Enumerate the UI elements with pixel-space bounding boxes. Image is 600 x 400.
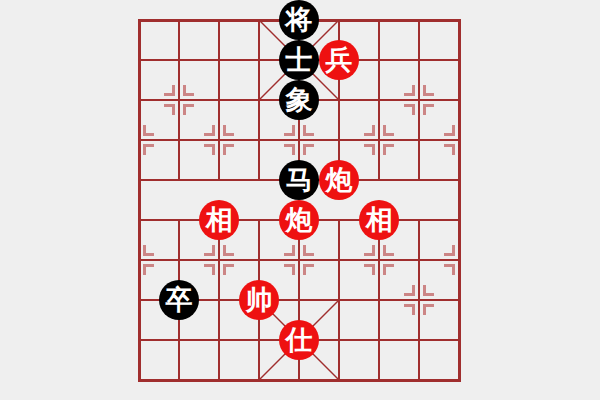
position-marker <box>444 125 455 136</box>
piece-black-soldier[interactable]: 卒 <box>159 280 199 320</box>
board-line-vertical <box>138 19 141 382</box>
position-marker <box>444 245 455 256</box>
position-marker <box>423 104 434 115</box>
position-marker <box>284 144 295 155</box>
xiangqi-board[interactable]: 将士兵象马炮相炮相卒帅仕 <box>139 20 459 380</box>
board-line-vertical <box>258 20 260 180</box>
position-marker <box>444 264 455 275</box>
position-marker <box>404 85 415 96</box>
board-line-vertical <box>218 20 220 180</box>
position-marker <box>364 125 375 136</box>
board-line-vertical <box>378 20 380 180</box>
position-marker <box>143 144 154 155</box>
position-marker <box>143 245 154 256</box>
piece-red-elephant[interactable]: 相 <box>359 200 399 240</box>
position-marker <box>223 144 234 155</box>
position-marker <box>303 245 314 256</box>
position-marker <box>383 125 394 136</box>
position-marker <box>404 285 415 296</box>
position-marker <box>223 264 234 275</box>
position-marker <box>284 125 295 136</box>
position-marker <box>223 245 234 256</box>
piece-black-elephant[interactable]: 象 <box>279 80 319 120</box>
piece-black-general[interactable]: 将 <box>279 0 319 40</box>
piece-red-cannon[interactable]: 炮 <box>319 160 359 200</box>
board-line-vertical <box>418 20 420 180</box>
piece-red-cannon[interactable]: 炮 <box>279 200 319 240</box>
position-marker <box>284 245 295 256</box>
position-marker <box>404 304 415 315</box>
position-marker <box>204 264 215 275</box>
piece-red-advisor[interactable]: 仕 <box>279 320 319 360</box>
position-marker <box>303 144 314 155</box>
piece-black-advisor[interactable]: 士 <box>279 40 319 80</box>
position-marker <box>423 285 434 296</box>
position-marker <box>143 125 154 136</box>
piece-red-soldier[interactable]: 兵 <box>319 40 359 80</box>
position-marker <box>183 85 194 96</box>
board-line-vertical <box>178 20 180 180</box>
board-line-vertical <box>418 220 420 380</box>
position-marker <box>423 304 434 315</box>
position-marker <box>204 144 215 155</box>
position-marker <box>183 104 194 115</box>
position-marker <box>204 125 215 136</box>
position-marker <box>364 245 375 256</box>
board-line-vertical <box>218 220 220 380</box>
position-marker <box>383 245 394 256</box>
position-marker <box>383 144 394 155</box>
board-line-vertical <box>458 19 461 382</box>
xiangqi-app-canvas: 将士兵象马炮相炮相卒帅仕 <box>0 0 600 400</box>
board-line-vertical <box>338 220 340 380</box>
position-marker <box>303 125 314 136</box>
position-marker <box>303 264 314 275</box>
piece-red-general[interactable]: 帅 <box>239 280 279 320</box>
position-marker <box>404 104 415 115</box>
position-marker <box>164 85 175 96</box>
position-marker <box>223 125 234 136</box>
position-marker <box>444 144 455 155</box>
board-line-vertical <box>378 220 380 380</box>
position-marker <box>423 85 434 96</box>
position-marker <box>364 264 375 275</box>
position-marker <box>383 264 394 275</box>
position-marker <box>284 264 295 275</box>
position-marker <box>143 264 154 275</box>
position-marker <box>204 245 215 256</box>
position-marker <box>364 144 375 155</box>
position-marker <box>164 104 175 115</box>
piece-black-horse[interactable]: 马 <box>279 160 319 200</box>
piece-red-elephant[interactable]: 相 <box>199 200 239 240</box>
